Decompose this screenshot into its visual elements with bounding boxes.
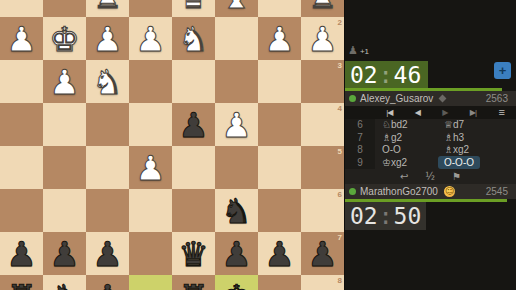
square-a1[interactable]: 1♜ [301, 0, 344, 17]
square-f8[interactable]: ♝ [86, 275, 129, 290]
square-e3[interactable] [129, 60, 172, 103]
takeback-button[interactable]: ↩ [400, 169, 408, 184]
move-black-9-current[interactable]: O-O-O [437, 157, 516, 170]
square-h4[interactable] [0, 103, 43, 146]
move-black-6[interactable]: ♕d7 [437, 119, 516, 132]
square-f2[interactable]: ♟ [86, 17, 129, 60]
black-rook-on-d8[interactable]: ♜ [172, 275, 215, 290]
patron-icon [439, 95, 447, 103]
square-a8[interactable]: 8 [301, 275, 344, 290]
square-g6[interactable] [43, 189, 86, 232]
square-e1[interactable] [129, 0, 172, 17]
resign-button[interactable]: ⚑ [452, 169, 461, 184]
top-clock: 02:46 [345, 61, 428, 89]
captured-pawn-icon: ♟ [348, 45, 358, 57]
bottom-player-rating: 2545 [486, 186, 508, 197]
square-f3[interactable]: ♞ [86, 60, 129, 103]
square-c7[interactable]: ♟ [215, 232, 258, 275]
square-g4[interactable] [43, 103, 86, 146]
top-clock-colon: : [378, 62, 394, 88]
square-d4[interactable]: ♟ [172, 103, 215, 146]
top-player-rating: 2563 [486, 93, 508, 104]
white-rook-on-a1[interactable]: ♜ [301, 0, 344, 17]
game-side-panel: ♟ +1 02:46 + Alexey_Gusarov 2563 |◀ ◀ ▶ … [345, 0, 516, 290]
square-a5[interactable]: 5 [301, 146, 344, 189]
move-white-9[interactable]: ♔xg2 [375, 157, 437, 170]
square-h3[interactable] [0, 60, 43, 103]
black-bishop-on-f8[interactable]: ♝ [86, 275, 129, 290]
rank-coordinate-3: 3 [338, 61, 342, 70]
square-d6[interactable] [172, 189, 215, 232]
square-h5[interactable] [0, 146, 43, 189]
move-number: 9 [345, 157, 375, 170]
black-knight-on-g8[interactable]: ♞ [43, 275, 86, 290]
square-c6[interactable]: ♞ [215, 189, 258, 232]
white-pawn-on-g3[interactable]: ♟ [43, 60, 86, 103]
square-e8[interactable] [129, 275, 172, 290]
square-c8[interactable]: ♚ [215, 275, 258, 290]
move-number: 6 [345, 119, 375, 132]
give-time-button[interactable]: + [494, 62, 511, 79]
square-d3[interactable] [172, 60, 215, 103]
black-pawn-on-a7[interactable]: ♟ [301, 232, 344, 275]
move-black-8[interactable]: ♗xg2 [437, 144, 516, 157]
move-white-6[interactable]: ♘bd2 [375, 119, 437, 132]
square-b5[interactable] [258, 146, 301, 189]
online-indicator [349, 188, 356, 195]
square-h6[interactable] [0, 189, 43, 232]
go-to-start-button[interactable]: |◀ [386, 106, 392, 119]
square-d2[interactable]: ♞ [172, 17, 215, 60]
white-pawn-on-c4[interactable]: ♟ [215, 103, 258, 146]
black-pawn-on-f7[interactable]: ♟ [86, 232, 129, 275]
black-king-on-c8[interactable]: ♚ [215, 275, 258, 290]
square-b3[interactable] [258, 60, 301, 103]
square-b4[interactable] [258, 103, 301, 146]
board-grid: ♜♛♝1♜♟♚♟♟♞♟2♟♟♞3♟♟4♟5♞6♟♟♟♛♟♟7♟♜♞♝♜♚8 [0, 0, 344, 290]
move-white-7[interactable]: ♗g2 [375, 132, 437, 145]
black-pawn-on-g7[interactable]: ♟ [43, 232, 86, 275]
black-queen-on-d7[interactable]: ♛ [172, 232, 215, 275]
bottom-clock-colon: : [378, 203, 394, 229]
offer-draw-button[interactable]: ½ [425, 169, 435, 184]
rank-coordinate-5: 5 [338, 147, 342, 156]
rank-coordinate-8: 8 [338, 276, 342, 285]
white-knight-on-f3[interactable]: ♞ [86, 60, 129, 103]
bottom-player-row: MarathonGo2700 ☺ 2545 [345, 184, 516, 199]
material-advantage: ♟ +1 [348, 44, 369, 58]
square-e2[interactable]: ♟ [129, 17, 172, 60]
square-a4[interactable]: 4 [301, 103, 344, 146]
square-g2[interactable]: ♚ [43, 17, 86, 60]
game-action-buttons: ↩ ½ ⚑ [345, 169, 516, 184]
square-a6[interactable]: 6 [301, 189, 344, 232]
chess-game-page: ♜♛♝1♜♟♚♟♟♞♟2♟♟♞3♟♟4♟5♞6♟♟♟♛♟♟7♟♜♞♝♜♚8 ♟ … [0, 0, 516, 290]
square-f4[interactable] [86, 103, 129, 146]
black-knight-on-c6[interactable]: ♞ [215, 189, 258, 232]
square-b7[interactable]: ♟ [258, 232, 301, 275]
square-d7[interactable]: ♛ [172, 232, 215, 275]
square-c1[interactable]: ♝ [215, 0, 258, 17]
white-bishop-on-c1[interactable]: ♝ [215, 0, 258, 17]
bottom-player-name[interactable]: MarathonGo2700 [360, 186, 438, 197]
step-back-button[interactable]: ◀ [415, 106, 420, 119]
move-number: 7 [345, 132, 375, 145]
square-h1[interactable] [0, 0, 43, 17]
square-a7[interactable]: 7♟ [301, 232, 344, 275]
white-pawn-on-a2[interactable]: ♟ [301, 17, 344, 60]
black-pawn-on-b7[interactable]: ♟ [258, 232, 301, 275]
square-c3[interactable] [215, 60, 258, 103]
bottom-clock: 02:50 [345, 202, 426, 230]
square-g8[interactable]: ♞ [43, 275, 86, 290]
white-rook-on-f1[interactable]: ♜ [86, 0, 129, 17]
square-f1[interactable]: ♜ [86, 0, 129, 17]
move-navigation-controls: |◀ ◀ ▶ ▶| ≡ [375, 106, 516, 119]
white-pawn-on-f2[interactable]: ♟ [86, 17, 129, 60]
square-f7[interactable]: ♟ [86, 232, 129, 275]
white-pawn-on-e2[interactable]: ♟ [129, 17, 172, 60]
top-clock-seconds: 46 [394, 62, 422, 88]
smiley-flair-icon: ☺ [444, 186, 455, 197]
square-c2[interactable] [215, 17, 258, 60]
square-c5[interactable] [215, 146, 258, 189]
square-h2[interactable]: ♟ [0, 17, 43, 60]
square-b6[interactable] [258, 189, 301, 232]
square-d8[interactable]: ♜ [172, 275, 215, 290]
square-c4[interactable]: ♟ [215, 103, 258, 146]
white-king-on-g2[interactable]: ♚ [43, 17, 86, 60]
white-pawn-on-e5[interactable]: ♟ [129, 146, 172, 189]
top-player-row: Alexey_Gusarov 2563 [345, 91, 516, 106]
go-to-end-button[interactable]: ▶| [470, 106, 476, 119]
move-white-8[interactable]: O-O [375, 144, 437, 157]
square-h8[interactable]: ♜ [0, 275, 43, 290]
black-pawn-on-h7[interactable]: ♟ [0, 232, 43, 275]
white-pawn-on-b2[interactable]: ♟ [258, 17, 301, 60]
square-e4[interactable] [129, 103, 172, 146]
square-e7[interactable] [129, 232, 172, 275]
material-advantage-value: +1 [360, 47, 369, 56]
square-a3[interactable]: 3 [301, 60, 344, 103]
board-menu-icon[interactable]: ≡ [498, 106, 504, 119]
move-black-7[interactable]: ♗h3 [437, 132, 516, 145]
rank-coordinate-4: 4 [338, 104, 342, 113]
black-rook-on-h8[interactable]: ♜ [0, 275, 43, 290]
black-pawn-on-d4[interactable]: ♟ [172, 103, 215, 146]
square-e6[interactable] [129, 189, 172, 232]
current-move[interactable]: O-O-O [438, 156, 480, 169]
square-f6[interactable] [86, 189, 129, 232]
square-d1[interactable]: ♛ [172, 0, 215, 17]
rank-coordinate-6: 6 [338, 190, 342, 199]
square-e5[interactable]: ♟ [129, 146, 172, 189]
move-number: 8 [345, 144, 375, 157]
bottom-clock-seconds: 50 [394, 203, 422, 229]
square-g5[interactable] [43, 146, 86, 189]
bottom-clock-minutes: 02 [350, 203, 378, 229]
chess-board: ♜♛♝1♜♟♚♟♟♞♟2♟♟♞3♟♟4♟5♞6♟♟♟♛♟♟7♟♜♞♝♜♚8 [0, 0, 345, 290]
white-pawn-on-h2[interactable]: ♟ [0, 17, 43, 60]
online-indicator [349, 95, 356, 102]
square-b1[interactable] [258, 0, 301, 17]
black-pawn-on-c7[interactable]: ♟ [215, 232, 258, 275]
top-clock-minutes: 02 [350, 62, 378, 88]
move-list: 6 ♘bd2 ♕d7 7 ♗g2 ♗h3 8 O-O ♗xg2 9 ♔xg2 O… [345, 119, 516, 169]
square-g3[interactable]: ♟ [43, 60, 86, 103]
square-d5[interactable] [172, 146, 215, 189]
square-a2[interactable]: 2♟ [301, 17, 344, 60]
top-player-name[interactable]: Alexey_Gusarov [360, 93, 433, 104]
square-b8[interactable] [258, 275, 301, 290]
square-g7[interactable]: ♟ [43, 232, 86, 275]
square-b2[interactable]: ♟ [258, 17, 301, 60]
white-queen-on-d1[interactable]: ♛ [172, 0, 215, 17]
square-f5[interactable] [86, 146, 129, 189]
square-h7[interactable]: ♟ [0, 232, 43, 275]
square-g1[interactable] [43, 0, 86, 17]
step-forward-button[interactable]: ▶ [442, 106, 447, 119]
white-knight-on-d2[interactable]: ♞ [172, 17, 215, 60]
